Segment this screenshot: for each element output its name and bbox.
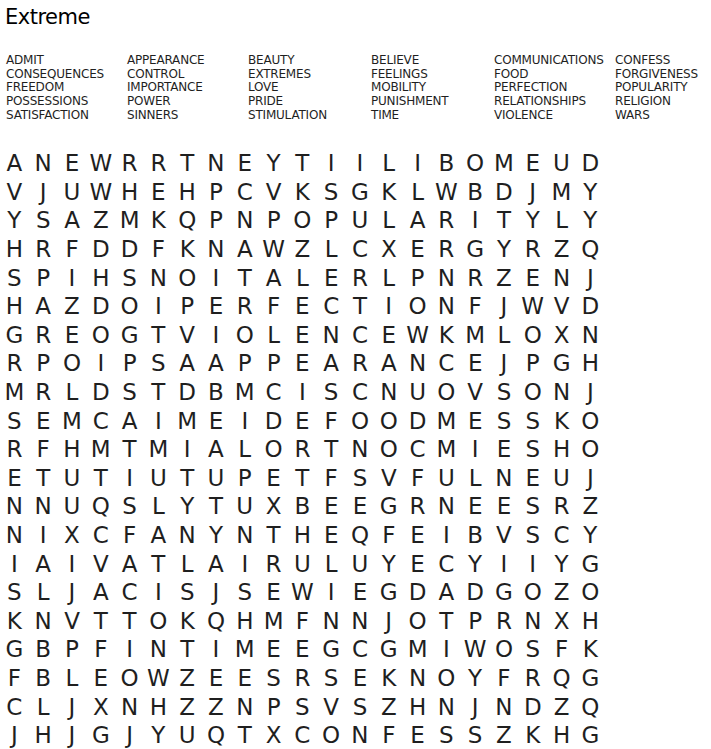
grid-cell-r16c21[interactable]: O: [576, 578, 605, 607]
grid-cell-r14c18[interactable]: V: [490, 521, 519, 550]
grid-cell-r12c15[interactable]: F: [403, 464, 432, 493]
grid-cell-r9c12[interactable]: S: [317, 378, 346, 407]
grid-cell-r21c21[interactable]: G: [576, 721, 605, 749]
grid-cell-r1c2[interactable]: N: [29, 149, 58, 178]
grid-cell-r19c3[interactable]: L: [58, 664, 87, 693]
grid-cell-r17c20[interactable]: X: [547, 607, 576, 636]
grid-cell-r15c20[interactable]: Y: [547, 549, 576, 578]
grid-cell-r17c14[interactable]: J: [374, 607, 403, 636]
grid-cell-r10c2[interactable]: E: [29, 406, 58, 435]
grid-cell-r7c17[interactable]: M: [461, 321, 490, 350]
grid-cell-r20c14[interactable]: Z: [374, 692, 403, 721]
grid-cell-r10c8[interactable]: E: [202, 406, 231, 435]
grid-cell-r9c7[interactable]: D: [173, 378, 202, 407]
grid-cell-r15c12[interactable]: L: [317, 549, 346, 578]
grid-cell-r17c15[interactable]: O: [403, 607, 432, 636]
grid-cell-r21c9[interactable]: T: [230, 721, 259, 749]
grid-cell-r3c21[interactable]: Y: [576, 206, 605, 235]
grid-cell-r14c11[interactable]: H: [288, 521, 317, 550]
grid-cell-r7c1[interactable]: G: [0, 321, 29, 350]
grid-cell-r1c11[interactable]: T: [288, 149, 317, 178]
grid-cell-r8c16[interactable]: C: [432, 349, 461, 378]
grid-cell-r19c6[interactable]: W: [144, 664, 173, 693]
grid-cell-r21c15[interactable]: E: [403, 721, 432, 749]
grid-cell-r21c16[interactable]: S: [432, 721, 461, 749]
grid-cell-r5c5[interactable]: S: [115, 263, 144, 292]
grid-cell-r3c9[interactable]: N: [230, 206, 259, 235]
grid-cell-r2c18[interactable]: D: [490, 178, 519, 207]
grid-cell-r9c15[interactable]: U: [403, 378, 432, 407]
grid-cell-r5c11[interactable]: L: [288, 263, 317, 292]
grid-cell-r6c17[interactable]: F: [461, 292, 490, 321]
grid-cell-r19c17[interactable]: Y: [461, 664, 490, 693]
grid-cell-r21c4[interactable]: G: [86, 721, 115, 749]
grid-cell-r11c17[interactable]: I: [461, 435, 490, 464]
grid-cell-r9c13[interactable]: C: [346, 378, 375, 407]
grid-cell-r13c10[interactable]: X: [259, 492, 288, 521]
grid-cell-r17c10[interactable]: M: [259, 607, 288, 636]
grid-cell-r11c14[interactable]: O: [374, 435, 403, 464]
grid-cell-r8c9[interactable]: P: [230, 349, 259, 378]
grid-cell-r8c11[interactable]: E: [288, 349, 317, 378]
grid-cell-r7c12[interactable]: N: [317, 321, 346, 350]
grid-cell-r10c4[interactable]: C: [86, 406, 115, 435]
grid-cell-r20c16[interactable]: N: [432, 692, 461, 721]
grid-cell-r18c1[interactable]: G: [0, 635, 29, 664]
grid-cell-r20c10[interactable]: P: [259, 692, 288, 721]
grid-cell-r8c20[interactable]: G: [547, 349, 576, 378]
grid-cell-r11c2[interactable]: F: [29, 435, 58, 464]
grid-cell-r15c10[interactable]: R: [259, 549, 288, 578]
grid-cell-r18c2[interactable]: B: [29, 635, 58, 664]
grid-cell-r2c3[interactable]: U: [58, 178, 87, 207]
grid-cell-r18c8[interactable]: I: [202, 635, 231, 664]
grid-cell-r10c12[interactable]: F: [317, 406, 346, 435]
grid-cell-r4c19[interactable]: R: [518, 235, 547, 264]
grid-cell-r7c3[interactable]: E: [58, 321, 87, 350]
grid-cell-r2c9[interactable]: C: [230, 178, 259, 207]
grid-cell-r8c15[interactable]: N: [403, 349, 432, 378]
grid-cell-r16c16[interactable]: A: [432, 578, 461, 607]
grid-cell-r19c16[interactable]: O: [432, 664, 461, 693]
grid-cell-r9c1[interactable]: M: [0, 378, 29, 407]
grid-cell-r4c14[interactable]: X: [374, 235, 403, 264]
grid-cell-r2c15[interactable]: L: [403, 178, 432, 207]
grid-cell-r14c21[interactable]: Y: [576, 521, 605, 550]
grid-cell-r2c7[interactable]: H: [173, 178, 202, 207]
grid-cell-r21c12[interactable]: O: [317, 721, 346, 749]
grid-cell-r11c4[interactable]: M: [86, 435, 115, 464]
grid-cell-r17c5[interactable]: T: [115, 607, 144, 636]
grid-cell-r13c6[interactable]: L: [144, 492, 173, 521]
grid-cell-r16c3[interactable]: J: [58, 578, 87, 607]
grid-cell-r9c6[interactable]: T: [144, 378, 173, 407]
grid-cell-r17c17[interactable]: P: [461, 607, 490, 636]
grid-cell-r11c9[interactable]: L: [230, 435, 259, 464]
grid-cell-r9c20[interactable]: N: [547, 378, 576, 407]
grid-cell-r4c6[interactable]: F: [144, 235, 173, 264]
grid-cell-r10c7[interactable]: M: [173, 406, 202, 435]
grid-cell-r17c19[interactable]: N: [518, 607, 547, 636]
grid-cell-r9c17[interactable]: V: [461, 378, 490, 407]
grid-cell-r1c8[interactable]: N: [202, 149, 231, 178]
grid-cell-r17c11[interactable]: F: [288, 607, 317, 636]
grid-cell-r16c19[interactable]: O: [518, 578, 547, 607]
grid-cell-r3c3[interactable]: A: [58, 206, 87, 235]
grid-cell-r12c12[interactable]: F: [317, 464, 346, 493]
grid-cell-r10c15[interactable]: D: [403, 406, 432, 435]
grid-cell-r6c14[interactable]: I: [374, 292, 403, 321]
grid-cell-r5c2[interactable]: P: [29, 263, 58, 292]
grid-cell-r2c2[interactable]: J: [29, 178, 58, 207]
grid-cell-r7c19[interactable]: O: [518, 321, 547, 350]
grid-cell-r21c14[interactable]: F: [374, 721, 403, 749]
grid-cell-r13c2[interactable]: N: [29, 492, 58, 521]
grid-cell-r18c21[interactable]: K: [576, 635, 605, 664]
grid-cell-r13c3[interactable]: U: [58, 492, 87, 521]
grid-cell-r7c10[interactable]: L: [259, 321, 288, 350]
grid-cell-r12c6[interactable]: U: [144, 464, 173, 493]
grid-cell-r20c6[interactable]: H: [144, 692, 173, 721]
grid-cell-r7c9[interactable]: O: [230, 321, 259, 350]
grid-cell-r11c16[interactable]: M: [432, 435, 461, 464]
grid-cell-r5c10[interactable]: A: [259, 263, 288, 292]
grid-cell-r6c16[interactable]: N: [432, 292, 461, 321]
grid-cell-r21c8[interactable]: Q: [202, 721, 231, 749]
grid-cell-r9c8[interactable]: B: [202, 378, 231, 407]
grid-cell-r8c8[interactable]: A: [202, 349, 231, 378]
grid-cell-r15c3[interactable]: I: [58, 549, 87, 578]
grid-cell-r11c21[interactable]: O: [576, 435, 605, 464]
grid-cell-r12c16[interactable]: U: [432, 464, 461, 493]
grid-cell-r12c3[interactable]: U: [58, 464, 87, 493]
grid-cell-r8c3[interactable]: O: [58, 349, 87, 378]
grid-cell-r9c14[interactable]: N: [374, 378, 403, 407]
grid-cell-r5c20[interactable]: N: [547, 263, 576, 292]
grid-cell-r8c4[interactable]: I: [86, 349, 115, 378]
grid-cell-r17c21[interactable]: H: [576, 607, 605, 636]
grid-cell-r15c15[interactable]: E: [403, 549, 432, 578]
grid-cell-r4c9[interactable]: A: [230, 235, 259, 264]
grid-cell-r6c18[interactable]: J: [490, 292, 519, 321]
grid-cell-r7c16[interactable]: K: [432, 321, 461, 350]
grid-cell-r21c20[interactable]: H: [547, 721, 576, 749]
grid-cell-r2c8[interactable]: P: [202, 178, 231, 207]
grid-cell-r12c9[interactable]: P: [230, 464, 259, 493]
grid-cell-r4c13[interactable]: C: [346, 235, 375, 264]
grid-cell-r4c17[interactable]: G: [461, 235, 490, 264]
grid-cell-r14c10[interactable]: T: [259, 521, 288, 550]
grid-cell-r5c1[interactable]: S: [0, 263, 29, 292]
grid-cell-r12c11[interactable]: T: [288, 464, 317, 493]
grid-cell-r21c13[interactable]: N: [346, 721, 375, 749]
grid-cell-r19c5[interactable]: O: [115, 664, 144, 693]
grid-cell-r9c11[interactable]: I: [288, 378, 317, 407]
grid-cell-r2c20[interactable]: M: [547, 178, 576, 207]
grid-cell-r13c7[interactable]: Y: [173, 492, 202, 521]
grid-cell-r16c9[interactable]: S: [230, 578, 259, 607]
grid-cell-r21c1[interactable]: J: [0, 721, 29, 749]
grid-cell-r13c5[interactable]: S: [115, 492, 144, 521]
grid-cell-r9c19[interactable]: O: [518, 378, 547, 407]
grid-cell-r9c2[interactable]: R: [29, 378, 58, 407]
grid-cell-r16c14[interactable]: G: [374, 578, 403, 607]
grid-cell-r6c2[interactable]: A: [29, 292, 58, 321]
grid-cell-r20c3[interactable]: J: [58, 692, 87, 721]
grid-cell-r6c13[interactable]: T: [346, 292, 375, 321]
grid-cell-r19c12[interactable]: S: [317, 664, 346, 693]
grid-cell-r14c9[interactable]: N: [230, 521, 259, 550]
grid-cell-r5c19[interactable]: E: [518, 263, 547, 292]
grid-cell-r12c13[interactable]: S: [346, 464, 375, 493]
grid-cell-r13c8[interactable]: T: [202, 492, 231, 521]
grid-cell-r16c4[interactable]: A: [86, 578, 115, 607]
grid-cell-r19c18[interactable]: F: [490, 664, 519, 693]
grid-cell-r3c16[interactable]: R: [432, 206, 461, 235]
grid-cell-r10c13[interactable]: O: [346, 406, 375, 435]
grid-cell-r6c3[interactable]: Z: [58, 292, 87, 321]
grid-cell-r13c4[interactable]: Q: [86, 492, 115, 521]
grid-cell-r21c5[interactable]: J: [115, 721, 144, 749]
grid-cell-r5c18[interactable]: Z: [490, 263, 519, 292]
grid-cell-r12c10[interactable]: E: [259, 464, 288, 493]
grid-cell-r14c14[interactable]: F: [374, 521, 403, 550]
grid-cell-r8c14[interactable]: A: [374, 349, 403, 378]
grid-cell-r4c2[interactable]: R: [29, 235, 58, 264]
grid-cell-r2c6[interactable]: E: [144, 178, 173, 207]
grid-cell-r2c10[interactable]: V: [259, 178, 288, 207]
grid-cell-r19c2[interactable]: B: [29, 664, 58, 693]
grid-cell-r16c1[interactable]: S: [0, 578, 29, 607]
grid-cell-r6c1[interactable]: H: [0, 292, 29, 321]
grid-cell-r13c13[interactable]: E: [346, 492, 375, 521]
grid-cell-r12c21[interactable]: J: [576, 464, 605, 493]
grid-cell-r10c11[interactable]: E: [288, 406, 317, 435]
grid-cell-r15c5[interactable]: A: [115, 549, 144, 578]
grid-cell-r8c1[interactable]: R: [0, 349, 29, 378]
grid-cell-r2c16[interactable]: W: [432, 178, 461, 207]
grid-cell-r5c3[interactable]: I: [58, 263, 87, 292]
grid-cell-r10c14[interactable]: O: [374, 406, 403, 435]
grid-cell-r13c11[interactable]: B: [288, 492, 317, 521]
grid-cell-r7c5[interactable]: G: [115, 321, 144, 350]
grid-cell-r16c2[interactable]: L: [29, 578, 58, 607]
grid-cell-r11c20[interactable]: H: [547, 435, 576, 464]
grid-cell-r17c3[interactable]: V: [58, 607, 87, 636]
grid-cell-r16c12[interactable]: I: [317, 578, 346, 607]
grid-cell-r11c6[interactable]: M: [144, 435, 173, 464]
grid-cell-r8c12[interactable]: A: [317, 349, 346, 378]
grid-cell-r16c17[interactable]: D: [461, 578, 490, 607]
grid-cell-r9c5[interactable]: S: [115, 378, 144, 407]
grid-cell-r4c12[interactable]: L: [317, 235, 346, 264]
grid-cell-r4c1[interactable]: H: [0, 235, 29, 264]
grid-cell-r15c18[interactable]: I: [490, 549, 519, 578]
grid-cell-r14c7[interactable]: N: [173, 521, 202, 550]
grid-cell-r19c20[interactable]: Q: [547, 664, 576, 693]
grid-cell-r10c18[interactable]: S: [490, 406, 519, 435]
grid-cell-r20c12[interactable]: V: [317, 692, 346, 721]
grid-cell-r10c5[interactable]: A: [115, 406, 144, 435]
grid-cell-r19c9[interactable]: E: [230, 664, 259, 693]
grid-cell-r19c1[interactable]: F: [0, 664, 29, 693]
grid-cell-r18c6[interactable]: N: [144, 635, 173, 664]
grid-cell-r17c12[interactable]: N: [317, 607, 346, 636]
grid-cell-r12c19[interactable]: E: [518, 464, 547, 493]
grid-cell-r9c4[interactable]: D: [86, 378, 115, 407]
grid-cell-r18c16[interactable]: I: [432, 635, 461, 664]
grid-cell-r7c20[interactable]: X: [547, 321, 576, 350]
grid-cell-r18c15[interactable]: M: [403, 635, 432, 664]
grid-cell-r13c15[interactable]: R: [403, 492, 432, 521]
grid-cell-r12c1[interactable]: E: [0, 464, 29, 493]
grid-cell-r20c8[interactable]: Z: [202, 692, 231, 721]
grid-cell-r9c16[interactable]: O: [432, 378, 461, 407]
grid-cell-r4c16[interactable]: R: [432, 235, 461, 264]
grid-cell-r17c16[interactable]: T: [432, 607, 461, 636]
grid-cell-r8c10[interactable]: P: [259, 349, 288, 378]
grid-cell-r6c5[interactable]: O: [115, 292, 144, 321]
grid-cell-r9c10[interactable]: C: [259, 378, 288, 407]
grid-cell-r18c4[interactable]: F: [86, 635, 115, 664]
grid-cell-r20c7[interactable]: Z: [173, 692, 202, 721]
grid-cell-r3c19[interactable]: Y: [518, 206, 547, 235]
grid-cell-r11c10[interactable]: O: [259, 435, 288, 464]
grid-cell-r7c18[interactable]: L: [490, 321, 519, 350]
grid-cell-r7c21[interactable]: N: [576, 321, 605, 350]
grid-cell-r18c20[interactable]: F: [547, 635, 576, 664]
grid-cell-r4c7[interactable]: K: [173, 235, 202, 264]
grid-cell-r4c20[interactable]: Z: [547, 235, 576, 264]
grid-cell-r3c13[interactable]: U: [346, 206, 375, 235]
grid-cell-r18c10[interactable]: E: [259, 635, 288, 664]
grid-cell-r17c8[interactable]: Q: [202, 607, 231, 636]
grid-cell-r7c8[interactable]: I: [202, 321, 231, 350]
grid-cell-r4c18[interactable]: Y: [490, 235, 519, 264]
grid-cell-r20c5[interactable]: N: [115, 692, 144, 721]
grid-cell-r4c4[interactable]: D: [86, 235, 115, 264]
grid-cell-r1c15[interactable]: I: [403, 149, 432, 178]
grid-cell-r21c7[interactable]: U: [173, 721, 202, 749]
grid-cell-r15c8[interactable]: A: [202, 549, 231, 578]
grid-cell-r8c13[interactable]: R: [346, 349, 375, 378]
grid-cell-r19c10[interactable]: S: [259, 664, 288, 693]
grid-cell-r5c21[interactable]: J: [576, 263, 605, 292]
grid-cell-r15c21[interactable]: G: [576, 549, 605, 578]
grid-cell-r2c17[interactable]: B: [461, 178, 490, 207]
grid-cell-r8c7[interactable]: A: [173, 349, 202, 378]
grid-cell-r8c5[interactable]: P: [115, 349, 144, 378]
grid-cell-r19c8[interactable]: E: [202, 664, 231, 693]
grid-cell-r3c10[interactable]: P: [259, 206, 288, 235]
grid-cell-r20c15[interactable]: H: [403, 692, 432, 721]
grid-cell-r14c17[interactable]: B: [461, 521, 490, 550]
grid-cell-r17c18[interactable]: R: [490, 607, 519, 636]
grid-cell-r5c15[interactable]: P: [403, 263, 432, 292]
grid-cell-r5c12[interactable]: E: [317, 263, 346, 292]
grid-cell-r10c19[interactable]: S: [518, 406, 547, 435]
grid-cell-r11c7[interactable]: I: [173, 435, 202, 464]
grid-cell-r4c15[interactable]: E: [403, 235, 432, 264]
grid-cell-r4c8[interactable]: N: [202, 235, 231, 264]
grid-cell-r2c19[interactable]: J: [518, 178, 547, 207]
grid-cell-r20c20[interactable]: Z: [547, 692, 576, 721]
grid-cell-r8c6[interactable]: S: [144, 349, 173, 378]
grid-cell-r1c7[interactable]: T: [173, 149, 202, 178]
grid-cell-r15c2[interactable]: A: [29, 549, 58, 578]
grid-cell-r18c11[interactable]: E: [288, 635, 317, 664]
grid-cell-r13c21[interactable]: Z: [576, 492, 605, 521]
grid-cell-r12c4[interactable]: T: [86, 464, 115, 493]
grid-cell-r12c17[interactable]: L: [461, 464, 490, 493]
grid-cell-r20c9[interactable]: N: [230, 692, 259, 721]
grid-cell-r6c8[interactable]: E: [202, 292, 231, 321]
grid-cell-r7c13[interactable]: C: [346, 321, 375, 350]
grid-cell-r13c9[interactable]: U: [230, 492, 259, 521]
grid-cell-r1c16[interactable]: B: [432, 149, 461, 178]
grid-cell-r4c11[interactable]: Z: [288, 235, 317, 264]
grid-cell-r5c6[interactable]: N: [144, 263, 173, 292]
grid-cell-r8c19[interactable]: P: [518, 349, 547, 378]
grid-cell-r4c21[interactable]: Q: [576, 235, 605, 264]
grid-cell-r3c14[interactable]: L: [374, 206, 403, 235]
grid-cell-r3c1[interactable]: Y: [0, 206, 29, 235]
grid-cell-r6c12[interactable]: C: [317, 292, 346, 321]
grid-cell-r12c5[interactable]: I: [115, 464, 144, 493]
grid-cell-r1c20[interactable]: U: [547, 149, 576, 178]
grid-cell-r10c6[interactable]: I: [144, 406, 173, 435]
grid-cell-r14c6[interactable]: A: [144, 521, 173, 550]
grid-cell-r11c8[interactable]: A: [202, 435, 231, 464]
grid-cell-r2c13[interactable]: G: [346, 178, 375, 207]
grid-cell-r8c18[interactable]: J: [490, 349, 519, 378]
grid-cell-r8c17[interactable]: E: [461, 349, 490, 378]
grid-cell-r7c7[interactable]: V: [173, 321, 202, 350]
grid-cell-r17c7[interactable]: K: [173, 607, 202, 636]
grid-cell-r14c1[interactable]: N: [0, 521, 29, 550]
grid-cell-r14c5[interactable]: F: [115, 521, 144, 550]
grid-cell-r19c19[interactable]: R: [518, 664, 547, 693]
grid-cell-r1c14[interactable]: L: [374, 149, 403, 178]
grid-cell-r1c9[interactable]: E: [230, 149, 259, 178]
grid-cell-r1c12[interactable]: I: [317, 149, 346, 178]
grid-cell-r15c6[interactable]: T: [144, 549, 173, 578]
grid-cell-r1c1[interactable]: A: [0, 149, 29, 178]
grid-cell-r16c11[interactable]: W: [288, 578, 317, 607]
grid-cell-r18c7[interactable]: T: [173, 635, 202, 664]
grid-cell-r11c18[interactable]: E: [490, 435, 519, 464]
grid-cell-r10c20[interactable]: K: [547, 406, 576, 435]
grid-cell-r16c6[interactable]: I: [144, 578, 173, 607]
grid-cell-r11c3[interactable]: H: [58, 435, 87, 464]
grid-cell-r4c10[interactable]: W: [259, 235, 288, 264]
grid-cell-r14c15[interactable]: E: [403, 521, 432, 550]
grid-cell-r21c10[interactable]: X: [259, 721, 288, 749]
grid-cell-r10c21[interactable]: O: [576, 406, 605, 435]
grid-cell-r1c21[interactable]: D: [576, 149, 605, 178]
grid-cell-r1c4[interactable]: W: [86, 149, 115, 178]
grid-cell-r1c18[interactable]: M: [490, 149, 519, 178]
grid-cell-r7c2[interactable]: R: [29, 321, 58, 350]
grid-cell-r14c13[interactable]: Q: [346, 521, 375, 550]
grid-cell-r19c14[interactable]: K: [374, 664, 403, 693]
grid-cell-r6c11[interactable]: E: [288, 292, 317, 321]
grid-cell-r6c15[interactable]: O: [403, 292, 432, 321]
grid-cell-r13c19[interactable]: S: [518, 492, 547, 521]
grid-cell-r11c19[interactable]: S: [518, 435, 547, 464]
grid-cell-r18c13[interactable]: C: [346, 635, 375, 664]
grid-cell-r18c12[interactable]: G: [317, 635, 346, 664]
